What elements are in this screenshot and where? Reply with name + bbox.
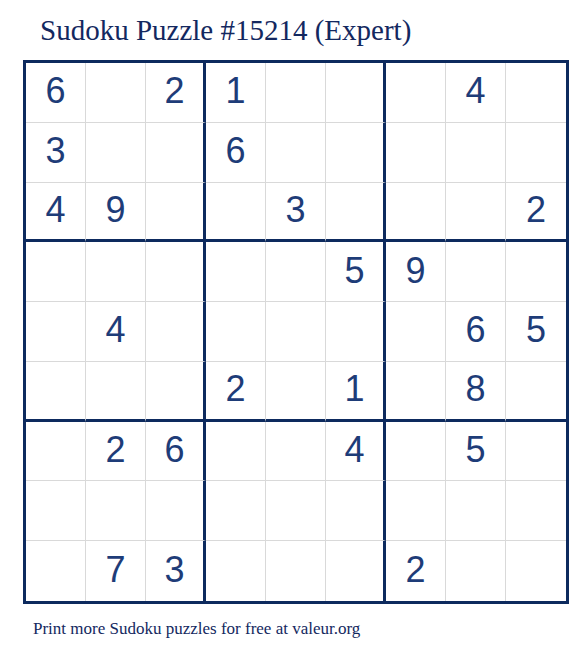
cell-r8c2 [86, 481, 146, 541]
cell-r2c4: 6 [206, 123, 266, 183]
cell-r8c3 [146, 481, 206, 541]
cell-r5c7 [386, 302, 446, 362]
cell-r5c2: 4 [86, 302, 146, 362]
cell-r4c7: 9 [386, 242, 446, 302]
cell-r1c2 [86, 63, 146, 123]
cell-r2c3 [146, 123, 206, 183]
cell-r6c9 [506, 362, 566, 422]
cell-r7c8: 5 [446, 422, 506, 482]
cell-r2c2 [86, 123, 146, 183]
cell-r1c7 [386, 63, 446, 123]
cell-r3c1: 4 [26, 183, 86, 243]
cell-r3c9: 2 [506, 183, 566, 243]
cell-r9c8 [446, 541, 506, 601]
cell-r6c1 [26, 362, 86, 422]
cell-r5c5 [266, 302, 326, 362]
cell-r2c8 [446, 123, 506, 183]
cell-r9c5 [266, 541, 326, 601]
cell-r4c2 [86, 242, 146, 302]
cell-r1c3: 2 [146, 63, 206, 123]
footer-text: Print more Sudoku puzzles for free at va… [33, 618, 360, 640]
cell-r2c5 [266, 123, 326, 183]
cell-r9c9 [506, 541, 566, 601]
cell-r9c3: 3 [146, 541, 206, 601]
cell-r6c3 [146, 362, 206, 422]
cell-r7c6: 4 [326, 422, 386, 482]
cell-r4c5 [266, 242, 326, 302]
cell-r3c7 [386, 183, 446, 243]
cell-r5c4 [206, 302, 266, 362]
cell-r7c2: 2 [86, 422, 146, 482]
cell-r5c9: 5 [506, 302, 566, 362]
sudoku-board: 6214364932594652182645732 [23, 60, 569, 604]
cell-r6c4: 2 [206, 362, 266, 422]
cell-r2c1: 3 [26, 123, 86, 183]
cell-r8c8 [446, 481, 506, 541]
cell-r7c4 [206, 422, 266, 482]
cell-r6c6: 1 [326, 362, 386, 422]
cell-r7c3: 6 [146, 422, 206, 482]
cell-r1c8: 4 [446, 63, 506, 123]
cell-r1c5 [266, 63, 326, 123]
cell-r1c1: 6 [26, 63, 86, 123]
cell-r6c7 [386, 362, 446, 422]
cell-r4c3 [146, 242, 206, 302]
cell-r4c6: 5 [326, 242, 386, 302]
cell-r9c2: 7 [86, 541, 146, 601]
cell-r9c6 [326, 541, 386, 601]
cell-r3c6 [326, 183, 386, 243]
cell-r4c8 [446, 242, 506, 302]
cell-r7c1 [26, 422, 86, 482]
cell-r1c4: 1 [206, 63, 266, 123]
cell-r8c1 [26, 481, 86, 541]
cell-r6c5 [266, 362, 326, 422]
cell-r3c4 [206, 183, 266, 243]
cell-r3c3 [146, 183, 206, 243]
cell-r8c7 [386, 481, 446, 541]
cell-r1c6 [326, 63, 386, 123]
cell-r2c6 [326, 123, 386, 183]
cell-r6c2 [86, 362, 146, 422]
sudoku-page: Sudoku Puzzle #15214 (Expert) 6214364932… [0, 0, 580, 651]
cell-r8c5 [266, 481, 326, 541]
cell-r5c1 [26, 302, 86, 362]
cell-r3c5: 3 [266, 183, 326, 243]
cell-r7c5 [266, 422, 326, 482]
cell-r8c4 [206, 481, 266, 541]
cell-r9c7: 2 [386, 541, 446, 601]
cell-r2c7 [386, 123, 446, 183]
cell-r7c9 [506, 422, 566, 482]
cell-r8c6 [326, 481, 386, 541]
cell-r5c3 [146, 302, 206, 362]
cell-r4c1 [26, 242, 86, 302]
cell-r3c2: 9 [86, 183, 146, 243]
cell-r7c7 [386, 422, 446, 482]
cell-r2c9 [506, 123, 566, 183]
page-title: Sudoku Puzzle #15214 (Expert) [40, 12, 411, 48]
cell-r6c8: 8 [446, 362, 506, 422]
cell-r9c1 [26, 541, 86, 601]
cell-r4c9 [506, 242, 566, 302]
cell-r8c9 [506, 481, 566, 541]
cell-r5c6 [326, 302, 386, 362]
cell-r9c4 [206, 541, 266, 601]
cell-r4c4 [206, 242, 266, 302]
cell-r5c8: 6 [446, 302, 506, 362]
cell-r3c8 [446, 183, 506, 243]
cell-r1c9 [506, 63, 566, 123]
